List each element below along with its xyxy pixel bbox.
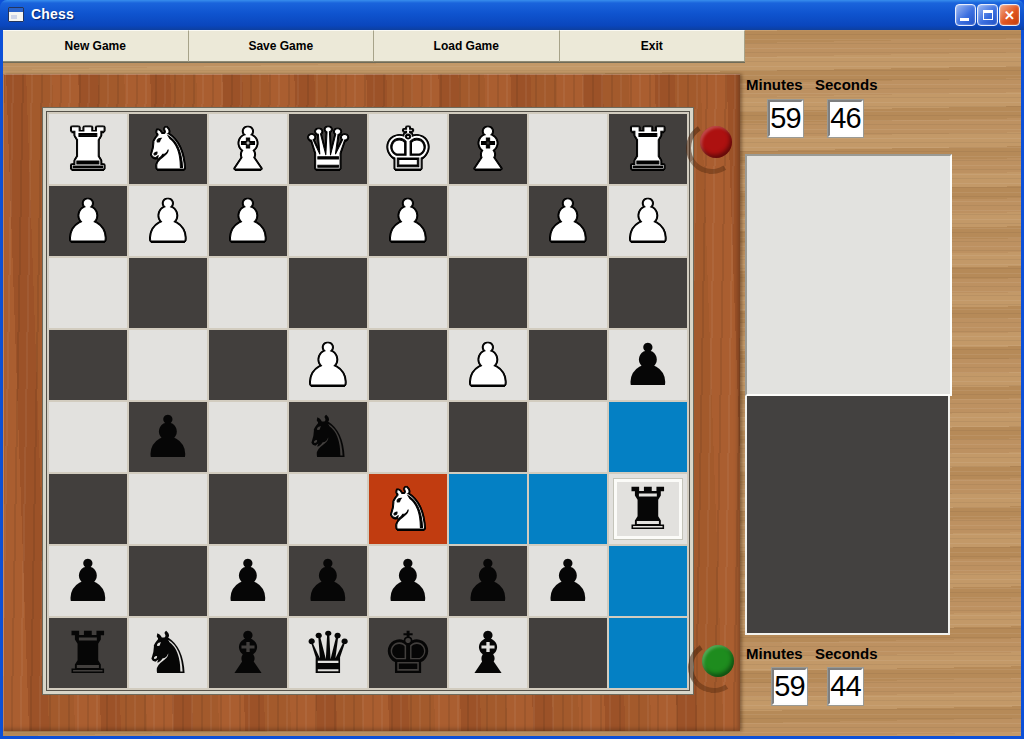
square-a5[interactable] [49,402,127,472]
chess-window: Chess ✕ New Game Save Game Load Game Exi… [0,0,1024,739]
square-h3[interactable] [609,258,687,328]
square-f6[interactable] [449,474,527,544]
square-e4[interactable] [369,330,447,400]
piece-white-knight[interactable]: ♞ [142,120,194,178]
close-icon: ✕ [1000,7,1019,24]
piece-black-knight[interactable]: ♞ [302,408,354,466]
piece-white-rook[interactable]: ♜ [62,120,114,178]
square-f8[interactable]: ♝ [449,618,527,688]
square-d6[interactable] [289,474,367,544]
square-c4[interactable] [209,330,287,400]
square-b8[interactable]: ♞ [129,618,207,688]
piece-black-pawn[interactable]: ♟ [62,552,114,610]
piece-white-rook[interactable]: ♜ [622,120,674,178]
bottom-minutes-value[interactable]: 59 [772,668,807,705]
piece-white-pawn[interactable]: ♟ [382,192,434,250]
square-f3[interactable] [449,258,527,328]
piece-black-queen[interactable]: ♛ [302,624,354,682]
piece-black-bishop[interactable]: ♝ [222,624,274,682]
square-a8[interactable]: ♜ [49,618,127,688]
board-frame: ♜♞♝♛♚♝♜♟♟♟♟♟♟♟♟♟♟♞♞♜♟♟♟♟♟♟♜♞♝♛♚♝ [3,74,740,731]
window-title: Chess [31,6,74,22]
square-e5[interactable] [369,402,447,472]
turn-indicator-bottom [702,645,734,677]
square-d1[interactable]: ♛ [289,114,367,184]
square-b6[interactable] [129,474,207,544]
new-game-button[interactable]: New Game [3,30,189,62]
piece-black-pawn[interactable]: ♟ [142,408,194,466]
exit-button[interactable]: Exit [560,30,746,62]
square-d5[interactable]: ♞ [289,402,367,472]
captured-pieces-tray-top [745,154,952,396]
top-minutes-label: Minutes [746,76,803,93]
square-d8[interactable]: ♛ [289,618,367,688]
square-g5[interactable] [529,402,607,472]
square-a2[interactable]: ♟ [49,186,127,256]
piece-white-pawn[interactable]: ♟ [462,336,514,394]
top-seconds-label: Seconds [815,76,878,93]
square-f4[interactable]: ♟ [449,330,527,400]
window-content: New Game Save Game Load Game Exit ♜♞♝♛♚♝… [3,30,1021,736]
square-b5[interactable]: ♟ [129,402,207,472]
piece-white-pawn[interactable]: ♟ [62,192,114,250]
piece-white-bishop[interactable]: ♝ [462,120,514,178]
square-c8[interactable]: ♝ [209,618,287,688]
square-f1[interactable]: ♝ [449,114,527,184]
captured-pieces-tray-bottom [745,396,950,635]
square-h1[interactable]: ♜ [609,114,687,184]
piece-white-pawn[interactable]: ♟ [302,336,354,394]
square-c3[interactable] [209,258,287,328]
piece-white-pawn[interactable]: ♟ [142,192,194,250]
square-e7[interactable]: ♟ [369,546,447,616]
square-e6[interactable]: ♞ [369,474,447,544]
piece-black-bishop[interactable]: ♝ [462,624,514,682]
piece-black-rook[interactable]: ♜ [62,624,114,682]
square-c6[interactable] [209,474,287,544]
square-h2[interactable]: ♟ [609,186,687,256]
top-minutes-value[interactable]: 59 [768,100,803,137]
square-d3[interactable] [289,258,367,328]
square-g3[interactable] [529,258,607,328]
bottom-seconds-value[interactable]: 44 [828,668,863,705]
square-a3[interactable] [49,258,127,328]
square-g1[interactable] [529,114,607,184]
piece-black-pawn[interactable]: ♟ [302,552,354,610]
square-c2[interactable]: ♟ [209,186,287,256]
square-e3[interactable] [369,258,447,328]
square-b7[interactable] [129,546,207,616]
piece-black-pawn[interactable]: ♟ [222,552,274,610]
square-d4[interactable]: ♟ [289,330,367,400]
piece-black-knight[interactable]: ♞ [142,624,194,682]
square-b2[interactable]: ♟ [129,186,207,256]
bottom-minutes-label: Minutes [746,645,803,662]
square-a4[interactable] [49,330,127,400]
piece-black-rook[interactable]: ♜ [622,480,674,538]
piece-black-pawn[interactable]: ♟ [382,552,434,610]
restore-icon [983,10,993,20]
square-h4[interactable]: ♟ [609,330,687,400]
square-h5[interactable] [609,402,687,472]
square-d7[interactable]: ♟ [289,546,367,616]
square-f5[interactable] [449,402,527,472]
square-b4[interactable] [129,330,207,400]
square-b1[interactable]: ♞ [129,114,207,184]
titlebar: Chess ✕ [0,0,1024,30]
square-g8[interactable] [529,618,607,688]
piece-black-pawn[interactable]: ♟ [622,336,674,394]
square-h7[interactable] [609,546,687,616]
piece-white-bishop[interactable]: ♝ [222,120,274,178]
piece-black-king[interactable]: ♚ [382,624,434,682]
save-game-button[interactable]: Save Game [189,30,375,62]
square-f7[interactable]: ♟ [449,546,527,616]
restore-button[interactable] [977,4,998,26]
square-g7[interactable]: ♟ [529,546,607,616]
square-b3[interactable] [129,258,207,328]
square-d2[interactable] [289,186,367,256]
close-button[interactable]: ✕ [999,4,1020,26]
piece-white-pawn[interactable]: ♟ [542,192,594,250]
square-c7[interactable]: ♟ [209,546,287,616]
piece-white-knight[interactable]: ♞ [382,480,434,538]
minimize-icon [960,18,969,21]
square-e1[interactable]: ♚ [369,114,447,184]
square-a7[interactable]: ♟ [49,546,127,616]
piece-white-pawn[interactable]: ♟ [222,192,274,250]
square-g6[interactable] [529,474,607,544]
square-f2[interactable] [449,186,527,256]
app-icon [8,7,24,22]
bottom-seconds-label: Seconds [815,645,878,662]
piece-white-king[interactable]: ♚ [382,120,434,178]
square-e8[interactable]: ♚ [369,618,447,688]
toolbar: New Game Save Game Load Game Exit [3,30,745,63]
piece-black-pawn[interactable]: ♟ [542,552,594,610]
square-c1[interactable]: ♝ [209,114,287,184]
turn-indicator-top [700,126,732,158]
square-c5[interactable] [209,402,287,472]
square-g2[interactable]: ♟ [529,186,607,256]
piece-white-queen[interactable]: ♛ [302,120,354,178]
load-game-button[interactable]: Load Game [374,30,560,62]
square-a6[interactable] [49,474,127,544]
board: ♜♞♝♛♚♝♜♟♟♟♟♟♟♟♟♟♟♞♞♜♟♟♟♟♟♟♜♞♝♛♚♝ [47,112,689,690]
top-seconds-value[interactable]: 46 [828,100,863,137]
square-h8[interactable] [609,618,687,688]
piece-white-pawn[interactable]: ♟ [622,192,674,250]
square-h6[interactable]: ♜ [609,474,687,544]
square-g4[interactable] [529,330,607,400]
square-e2[interactable]: ♟ [369,186,447,256]
square-a1[interactable]: ♜ [49,114,127,184]
piece-black-pawn[interactable]: ♟ [462,552,514,610]
minimize-button[interactable] [955,4,976,26]
